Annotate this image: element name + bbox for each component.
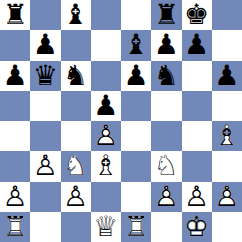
white-king[interactable]: ♚♔ — [182, 212, 212, 242]
square-f1[interactable] — [151, 212, 181, 242]
square-c8[interactable]: ♝ — [61, 0, 91, 30]
square-h5[interactable] — [212, 91, 242, 121]
square-b2[interactable] — [30, 182, 60, 212]
square-e1[interactable]: ♜♖ — [121, 212, 151, 242]
square-h6[interactable]: ♟ — [212, 61, 242, 91]
square-b6[interactable]: ♛ — [30, 61, 60, 91]
square-e8[interactable] — [121, 0, 151, 30]
square-c2[interactable]: ♟♙ — [61, 182, 91, 212]
white-rook[interactable]: ♜♖ — [0, 212, 30, 242]
white-pawn[interactable]: ♟♙ — [151, 182, 181, 212]
black-rook[interactable]: ♜ — [151, 0, 181, 30]
black-queen[interactable]: ♛ — [30, 61, 60, 91]
black-knight[interactable]: ♞ — [151, 61, 181, 91]
square-g8[interactable]: ♚ — [182, 0, 212, 30]
white-pawn[interactable]: ♟♙ — [91, 121, 121, 151]
square-e3[interactable] — [121, 151, 151, 181]
square-d1[interactable]: ♛♕ — [91, 212, 121, 242]
square-b7[interactable]: ♟ — [30, 30, 60, 60]
square-b3[interactable]: ♟♙ — [30, 151, 60, 181]
square-g2[interactable]: ♟♙ — [182, 182, 212, 212]
square-g6[interactable] — [182, 61, 212, 91]
square-e7[interactable]: ♝ — [121, 30, 151, 60]
black-pawn[interactable]: ♟ — [151, 30, 181, 60]
square-f7[interactable]: ♟ — [151, 30, 181, 60]
square-h8[interactable] — [212, 0, 242, 30]
square-e5[interactable] — [121, 91, 151, 121]
white-pawn[interactable]: ♟♙ — [61, 182, 91, 212]
square-b1[interactable] — [30, 212, 60, 242]
square-c5[interactable] — [61, 91, 91, 121]
square-h2[interactable]: ♟♙ — [212, 182, 242, 212]
square-h3[interactable] — [212, 151, 242, 181]
black-pawn[interactable]: ♟ — [182, 30, 212, 60]
square-f5[interactable] — [151, 91, 181, 121]
square-b5[interactable] — [30, 91, 60, 121]
square-a2[interactable]: ♟♙ — [0, 182, 30, 212]
black-bishop[interactable]: ♝ — [121, 30, 151, 60]
chess-board: ♜♝♜♚♟♝♟♟♟♛♞♟♞♟♟♟♙♝♗♟♙♞♘♝♗♞♘♟♙♟♙♟♙♟♙♟♙♜♖♛… — [0, 0, 242, 242]
white-pawn[interactable]: ♟♙ — [212, 182, 242, 212]
square-g3[interactable] — [182, 151, 212, 181]
square-c7[interactable] — [61, 30, 91, 60]
white-queen[interactable]: ♛♕ — [91, 212, 121, 242]
square-d5[interactable]: ♟ — [91, 91, 121, 121]
white-bishop[interactable]: ♝♗ — [212, 121, 242, 151]
black-pawn[interactable]: ♟ — [121, 61, 151, 91]
black-king[interactable]: ♚ — [182, 0, 212, 30]
white-pawn[interactable]: ♟♙ — [182, 182, 212, 212]
square-f2[interactable]: ♟♙ — [151, 182, 181, 212]
square-f3[interactable]: ♞♘ — [151, 151, 181, 181]
square-a5[interactable] — [0, 91, 30, 121]
square-a1[interactable]: ♜♖ — [0, 212, 30, 242]
square-f6[interactable]: ♞ — [151, 61, 181, 91]
black-pawn[interactable]: ♟ — [0, 61, 30, 91]
square-h7[interactable] — [212, 30, 242, 60]
square-g4[interactable] — [182, 121, 212, 151]
square-h4[interactable]: ♝♗ — [212, 121, 242, 151]
black-pawn[interactable]: ♟ — [30, 30, 60, 60]
square-a6[interactable]: ♟ — [0, 61, 30, 91]
white-bishop[interactable]: ♝♗ — [91, 151, 121, 181]
square-c1[interactable] — [61, 212, 91, 242]
square-g5[interactable] — [182, 91, 212, 121]
square-d6[interactable] — [91, 61, 121, 91]
square-a7[interactable] — [0, 30, 30, 60]
square-g1[interactable]: ♚♔ — [182, 212, 212, 242]
white-knight[interactable]: ♞♘ — [151, 151, 181, 181]
square-d7[interactable] — [91, 30, 121, 60]
square-b4[interactable] — [30, 121, 60, 151]
square-d3[interactable]: ♝♗ — [91, 151, 121, 181]
square-d4[interactable]: ♟♙ — [91, 121, 121, 151]
square-a8[interactable]: ♜ — [0, 0, 30, 30]
square-c4[interactable] — [61, 121, 91, 151]
black-bishop[interactable]: ♝ — [61, 0, 91, 30]
square-f8[interactable]: ♜ — [151, 0, 181, 30]
square-g7[interactable]: ♟ — [182, 30, 212, 60]
square-a3[interactable] — [0, 151, 30, 181]
square-f4[interactable] — [151, 121, 181, 151]
black-knight[interactable]: ♞ — [61, 61, 91, 91]
square-d8[interactable] — [91, 0, 121, 30]
square-c6[interactable]: ♞ — [61, 61, 91, 91]
black-pawn[interactable]: ♟ — [91, 91, 121, 121]
white-rook[interactable]: ♜♖ — [121, 212, 151, 242]
square-e4[interactable] — [121, 121, 151, 151]
square-h1[interactable] — [212, 212, 242, 242]
square-d2[interactable] — [91, 182, 121, 212]
white-pawn[interactable]: ♟♙ — [30, 151, 60, 181]
white-knight[interactable]: ♞♘ — [61, 151, 91, 181]
white-pawn[interactable]: ♟♙ — [0, 182, 30, 212]
square-c3[interactable]: ♞♘ — [61, 151, 91, 181]
black-rook[interactable]: ♜ — [0, 0, 30, 30]
square-e6[interactable]: ♟ — [121, 61, 151, 91]
black-pawn[interactable]: ♟ — [212, 61, 242, 91]
square-e2[interactable] — [121, 182, 151, 212]
square-b8[interactable] — [30, 0, 60, 30]
square-a4[interactable] — [0, 121, 30, 151]
